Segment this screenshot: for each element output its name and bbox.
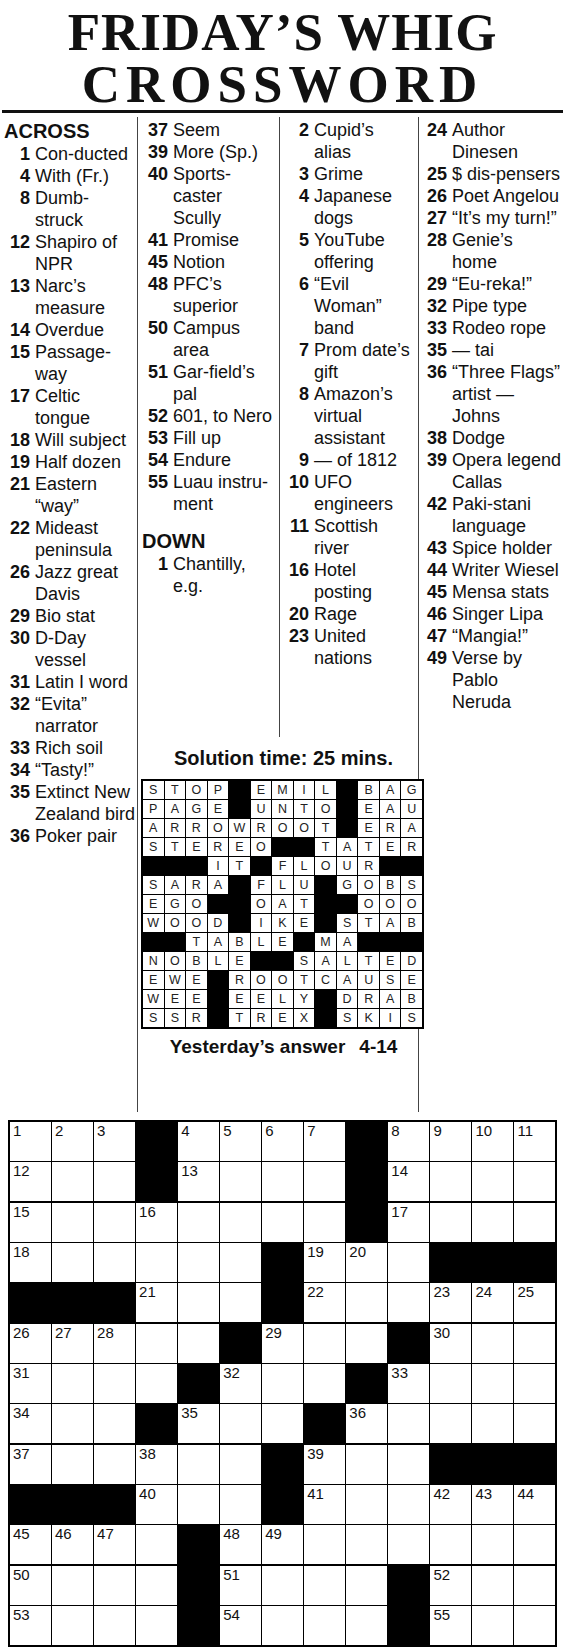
cell-number: 3 (97, 1123, 105, 1139)
puzzle-cell[interactable]: 22 (304, 1283, 345, 1322)
cell-number: 22 (307, 1284, 324, 1300)
puzzle-cell[interactable] (94, 1404, 135, 1443)
solution-cell: B (380, 876, 401, 894)
clue-number: 44 (421, 559, 452, 581)
solution-cell: U (337, 857, 358, 875)
puzzle-cell[interactable] (262, 1404, 303, 1443)
puzzle-cell[interactable] (136, 1364, 177, 1403)
solution-cell: A (337, 971, 358, 989)
puzzle-cell[interactable]: 35 (178, 1404, 219, 1443)
solution-cell: L (272, 990, 293, 1008)
clue-text: Amazon’s virtual assistant (314, 383, 415, 449)
puzzle-cell[interactable] (514, 1162, 555, 1201)
puzzle-cell[interactable]: 16 (136, 1203, 177, 1242)
puzzle-cell[interactable]: 55 (430, 1606, 471, 1645)
puzzle-cell[interactable] (514, 1525, 555, 1564)
puzzle-cell[interactable]: 44 (514, 1485, 555, 1524)
solution-cell: W (143, 914, 164, 932)
solution-cell: L (294, 857, 315, 875)
puzzle-cell[interactable]: 11 (514, 1122, 555, 1161)
puzzle-cell[interactable]: 36 (346, 1404, 387, 1443)
clue-number: 33 (421, 317, 452, 339)
cell-number: 55 (433, 1607, 450, 1623)
solution-cell: R (186, 819, 207, 837)
clue-text: Writer Wiesel (452, 559, 559, 581)
puzzle-cell[interactable]: 43 (472, 1485, 513, 1524)
puzzle-cell[interactable] (346, 1485, 387, 1524)
puzzle-cell[interactable]: 21 (136, 1283, 177, 1322)
solution-cell: R (186, 876, 207, 894)
puzzle-cell[interactable] (220, 1203, 261, 1242)
puzzle-cell[interactable] (262, 1364, 303, 1403)
clue-number: 25 (421, 163, 452, 185)
puzzle-cell[interactable]: 50 (10, 1566, 51, 1605)
puzzle-cell[interactable] (178, 1485, 219, 1524)
puzzle-cell[interactable] (136, 1566, 177, 1605)
puzzle-cell[interactable]: 24 (472, 1283, 513, 1322)
puzzle-cell[interactable] (346, 1324, 387, 1363)
puzzle-cell (514, 1445, 555, 1484)
solution-cell (251, 857, 272, 875)
solution-cell: O (272, 971, 293, 989)
solution-cell (208, 971, 229, 989)
puzzle-cell[interactable] (94, 1203, 135, 1242)
puzzle-cell[interactable] (136, 1525, 177, 1564)
puzzle-cell[interactable]: 8 (388, 1122, 429, 1161)
puzzle-cell[interactable] (514, 1404, 555, 1443)
puzzle-cell[interactable] (52, 1445, 93, 1484)
solution-cell: L (272, 876, 293, 894)
clue-column-2: 37Seem39More (Sp.)40Sports-caster Scully… (142, 119, 275, 597)
solution-cell: A (337, 838, 358, 856)
solution-cell (229, 800, 250, 818)
puzzle-cell[interactable] (94, 1364, 135, 1403)
puzzle-cell[interactable]: 49 (262, 1525, 303, 1564)
solution-cell: F (272, 857, 293, 875)
clue-item: 6“Evil Woman” band (283, 273, 415, 339)
puzzle-cell[interactable]: 53 (10, 1606, 51, 1645)
cell-number: 15 (13, 1204, 30, 1220)
puzzle-cell[interactable] (346, 1606, 387, 1645)
puzzle-cell[interactable]: 2 (52, 1122, 93, 1161)
clue-text: Endure (173, 449, 231, 471)
puzzle-cell[interactable] (388, 1485, 429, 1524)
solution-cell (337, 819, 358, 837)
puzzle-cell[interactable]: 30 (430, 1324, 471, 1363)
puzzle-cell[interactable] (94, 1606, 135, 1645)
clue-column-1: ACROSS1Con-ducted4With (Fr.)8Dumb-struck… (4, 119, 136, 847)
clue-item: 50Campus area (142, 317, 275, 361)
clue-text: Rodeo rope (452, 317, 546, 339)
puzzle-cell (262, 1243, 303, 1282)
puzzle-cell[interactable]: 52 (430, 1566, 471, 1605)
puzzle-cell[interactable]: 31 (10, 1364, 51, 1403)
puzzle-cell[interactable] (346, 1445, 387, 1484)
puzzle-cell[interactable]: 6 (262, 1122, 303, 1161)
puzzle-cell[interactable]: 45 (10, 1525, 51, 1564)
puzzle-cell[interactable] (94, 1445, 135, 1484)
puzzle-cell[interactable] (220, 1404, 261, 1443)
puzzle-cell[interactable] (304, 1162, 345, 1201)
solution-cell: S (337, 1009, 358, 1027)
puzzle-cell[interactable]: 47 (94, 1525, 135, 1564)
down-header: DOWN (142, 529, 275, 553)
solution-cell: T (315, 838, 336, 856)
puzzle-cell[interactable] (304, 1364, 345, 1403)
cell-number: 1 (13, 1123, 21, 1139)
puzzle-cell[interactable]: 39 (304, 1445, 345, 1484)
puzzle-cell[interactable] (472, 1162, 513, 1201)
clue-item: 54Endure (142, 449, 275, 471)
solution-cell (251, 952, 272, 970)
puzzle-cell[interactable]: 5 (220, 1122, 261, 1161)
puzzle-cell[interactable]: 26 (10, 1324, 51, 1363)
puzzle-cell (94, 1485, 135, 1524)
puzzle-cell[interactable] (346, 1283, 387, 1322)
clue-item: 7Prom date’s gift (283, 339, 415, 383)
puzzle-cell[interactable] (430, 1162, 471, 1201)
clue-text: PFC’s superior (173, 273, 275, 317)
puzzle-cell[interactable]: 34 (10, 1404, 51, 1443)
clue-item: 20Rage (283, 603, 415, 625)
clue-text: Mensa stats (452, 581, 549, 603)
clue-item: 12Shapiro of NPR (4, 231, 136, 275)
puzzle-cell[interactable] (178, 1243, 219, 1282)
puzzle-cell[interactable]: 23 (430, 1283, 471, 1322)
cell-number: 34 (13, 1405, 30, 1421)
puzzle-cell[interactable] (388, 1243, 429, 1282)
solution-cell: B (229, 933, 250, 951)
puzzle-cell[interactable]: 54 (220, 1606, 261, 1645)
puzzle-cell[interactable]: 32 (220, 1364, 261, 1403)
puzzle-cell (430, 1243, 471, 1282)
puzzle-cell[interactable] (262, 1566, 303, 1605)
clue-item: 36“Three Flags” artist — Johns (421, 361, 562, 427)
clue-item: 27“It’s my turn!” (421, 207, 562, 229)
puzzle-cell[interactable] (514, 1324, 555, 1363)
puzzle-cell[interactable] (514, 1606, 555, 1645)
clue-number: 11 (283, 515, 314, 537)
clue-column-3: 2Cupid’s alias3Grime4Japanese dogs5YouTu… (283, 119, 415, 669)
solution-cell: T (294, 895, 315, 913)
clue-item: 21Eastern “way” (4, 473, 136, 517)
puzzle-cell[interactable] (388, 1525, 429, 1564)
puzzle-cell[interactable]: 41 (304, 1485, 345, 1524)
cell-number: 28 (97, 1325, 114, 1341)
puzzle-cell[interactable] (430, 1525, 471, 1564)
puzzle-cell[interactable] (304, 1525, 345, 1564)
solution-cell: E (251, 781, 272, 799)
clue-text: Spice holder (452, 537, 552, 559)
puzzle-cell[interactable] (430, 1364, 471, 1403)
solution-time-label: Solution time: 25 mins. (141, 747, 426, 770)
puzzle-cell[interactable]: 12 (10, 1162, 51, 1201)
puzzle-cell[interactable] (304, 1606, 345, 1645)
puzzle-cell[interactable]: 28 (94, 1324, 135, 1363)
puzzle-cell[interactable]: 3 (94, 1122, 135, 1161)
clue-number: 32 (4, 693, 35, 715)
clue-text: Chantilly, e.g. (173, 553, 275, 597)
puzzle-cell (178, 1525, 219, 1564)
solution-cell (165, 933, 186, 951)
clue-number: 35 (4, 781, 35, 803)
clue-text: Narc’s measure (35, 275, 136, 319)
clue-number: 4 (283, 185, 314, 207)
clue-text: Rich soil (35, 737, 103, 759)
clue-item: 16Hotel posting (283, 559, 415, 603)
clue-number: 6 (283, 273, 314, 295)
cell-number: 35 (181, 1405, 198, 1421)
puzzle-title-line1: FRIDAY’S WHIG (0, 6, 565, 58)
clue-text: Paki-stani language (452, 493, 562, 537)
solution-cell: X (294, 1009, 315, 1027)
solution-cell: B (186, 952, 207, 970)
puzzle-cell[interactable] (52, 1364, 93, 1403)
puzzle-cell[interactable] (178, 1203, 219, 1242)
puzzle-cell (388, 1324, 429, 1363)
solution-cell: W (143, 990, 164, 1008)
puzzle-cell[interactable] (52, 1606, 93, 1645)
puzzle-cell[interactable]: 19 (304, 1243, 345, 1282)
puzzle-cell[interactable] (514, 1364, 555, 1403)
solution-cell: O (208, 819, 229, 837)
clue-number: 49 (421, 647, 452, 669)
cell-number: 19 (307, 1244, 324, 1260)
clue-item: 39More (Sp.) (142, 141, 275, 163)
solution-cell (401, 857, 422, 875)
puzzle-cell[interactable]: 33 (388, 1364, 429, 1403)
puzzle-cell[interactable] (472, 1606, 513, 1645)
puzzle-cell[interactable] (388, 1445, 429, 1484)
solution-grid: STOPEMILBAGPAGEUNTOEAUARROWROOTERASTEREO… (141, 779, 424, 1029)
puzzle-cell[interactable]: 7 (304, 1122, 345, 1161)
solution-cell: K (358, 1009, 379, 1027)
puzzle-cell[interactable] (472, 1203, 513, 1242)
cell-number: 42 (433, 1486, 450, 1502)
puzzle-cell[interactable]: 46 (52, 1525, 93, 1564)
puzzle-cell[interactable]: 48 (220, 1525, 261, 1564)
solution-cell: E (229, 838, 250, 856)
puzzle-cell[interactable] (472, 1324, 513, 1363)
across-header: ACROSS (4, 119, 136, 143)
puzzle-cell[interactable]: 14 (388, 1162, 429, 1201)
puzzle-cell[interactable] (220, 1162, 261, 1201)
puzzle-cell[interactable]: 1 (10, 1122, 51, 1161)
puzzle-cell[interactable] (136, 1606, 177, 1645)
puzzle-cell[interactable] (52, 1162, 93, 1201)
clue-number: 54 (142, 449, 173, 471)
solution-cell: R (251, 819, 272, 837)
puzzle-cell[interactable]: 27 (52, 1324, 93, 1363)
solution-cell: A (165, 876, 186, 894)
clue-text: Poet Angelou (452, 185, 559, 207)
solution-cell: S (294, 952, 315, 970)
puzzle-cell[interactable]: 13 (178, 1162, 219, 1201)
clue-item: 42Paki-stani language (421, 493, 562, 537)
puzzle-cell[interactable] (94, 1162, 135, 1201)
clue-item: 39Opera legend Callas (421, 449, 562, 493)
cell-number: 23 (433, 1284, 450, 1300)
clue-text: — of 1812 (314, 449, 397, 471)
puzzle-cell[interactable] (178, 1324, 219, 1363)
clue-number: 39 (142, 141, 173, 163)
solution-cell: P (208, 781, 229, 799)
clue-item: 4Japanese dogs (283, 185, 415, 229)
puzzle-cell[interactable] (304, 1324, 345, 1363)
clue-text: “Tasty!” (35, 759, 94, 781)
cell-number: 17 (391, 1204, 408, 1220)
puzzle-cell[interactable] (94, 1243, 135, 1282)
puzzle-cell (304, 1404, 345, 1443)
solution-cell: L (315, 781, 336, 799)
cell-number: 51 (223, 1567, 240, 1583)
clue-number: 15 (4, 341, 35, 363)
clue-item: 29Bio stat (4, 605, 136, 627)
solution-cell (401, 933, 422, 951)
solution-cell: S (401, 1009, 422, 1027)
puzzle-cell[interactable] (430, 1404, 471, 1443)
puzzle-cell[interactable] (136, 1324, 177, 1363)
puzzle-cell[interactable] (346, 1525, 387, 1564)
puzzle-cell[interactable] (514, 1203, 555, 1242)
puzzle-cell (472, 1445, 513, 1484)
clue-number: 32 (421, 295, 452, 317)
puzzle-cell[interactable]: 17 (388, 1203, 429, 1242)
clue-text: Cupid’s alias (314, 119, 415, 163)
clue-number: 4 (4, 165, 35, 187)
solution-cell: N (143, 952, 164, 970)
solution-cell: T (165, 838, 186, 856)
solution-cell: E (229, 990, 250, 1008)
puzzle-cell[interactable] (178, 1283, 219, 1322)
puzzle-cell[interactable] (220, 1485, 261, 1524)
puzzle-cell[interactable] (52, 1203, 93, 1242)
solution-cell (315, 990, 336, 1008)
puzzle-cell[interactable]: 18 (10, 1243, 51, 1282)
solution-cell: C (315, 971, 336, 989)
puzzle-cell[interactable] (346, 1566, 387, 1605)
puzzle-cell[interactable] (52, 1243, 93, 1282)
clue-item: 24Author Dinesen (421, 119, 562, 163)
puzzle-cell[interactable] (304, 1566, 345, 1605)
puzzle-cell[interactable] (94, 1566, 135, 1605)
puzzle-cell[interactable]: 40 (136, 1485, 177, 1524)
puzzle-cell (178, 1606, 219, 1645)
puzzle-cell[interactable]: 37 (10, 1445, 51, 1484)
puzzle-cell[interactable] (178, 1445, 219, 1484)
clue-text: Shapiro of NPR (35, 231, 136, 275)
clue-number: 3 (283, 163, 314, 185)
solution-cell: O (315, 800, 336, 818)
solution-cell: O (315, 857, 336, 875)
clue-number: 42 (421, 493, 452, 515)
puzzle-cell[interactable] (430, 1203, 471, 1242)
clue-item: 35Extinct New Zealand bird (4, 781, 136, 825)
puzzle-cell (514, 1243, 555, 1282)
clue-number: 39 (421, 449, 452, 471)
clue-text: United nations (314, 625, 415, 669)
clue-item: 22Mideast peninsula (4, 517, 136, 561)
solution-cell: E (380, 952, 401, 970)
clue-item: 15Passage-way (4, 341, 136, 385)
clue-number: 20 (283, 603, 314, 625)
clue-number: 16 (283, 559, 314, 581)
clue-number: 43 (421, 537, 452, 559)
clue-item: 8Dumb-struck (4, 187, 136, 231)
puzzle-cell[interactable] (52, 1404, 93, 1443)
puzzle-cell[interactable] (472, 1525, 513, 1564)
solution-cell: O (401, 895, 422, 913)
solution-cell: I (251, 914, 272, 932)
puzzle-cell[interactable] (514, 1566, 555, 1605)
clue-number: 14 (4, 319, 35, 341)
puzzle-cell[interactable]: 51 (220, 1566, 261, 1605)
puzzle-cell[interactable] (388, 1283, 429, 1322)
puzzle-cell[interactable] (262, 1606, 303, 1645)
solution-cell: R (358, 990, 379, 1008)
clue-item: 37Seem (142, 119, 275, 141)
puzzle-cell[interactable] (472, 1364, 513, 1403)
clue-number: 1 (142, 553, 173, 575)
solution-cell (272, 838, 293, 856)
puzzle-cell[interactable] (220, 1283, 261, 1322)
solution-cell: E (186, 990, 207, 1008)
solution-cell: A (337, 933, 358, 951)
solution-cell: E (272, 933, 293, 951)
puzzle-cell[interactable] (262, 1203, 303, 1242)
puzzle-cell[interactable] (220, 1445, 261, 1484)
cell-number: 37 (13, 1446, 30, 1462)
clue-text: More (Sp.) (173, 141, 258, 163)
clue-item: 38Dodge (421, 427, 562, 449)
puzzle-cell[interactable] (472, 1404, 513, 1443)
clue-number: 48 (142, 273, 173, 295)
clue-text: Pipe type (452, 295, 527, 317)
puzzle-cell[interactable]: 20 (346, 1243, 387, 1282)
puzzle-cell[interactable]: 38 (136, 1445, 177, 1484)
solution-cell: A (401, 819, 422, 837)
clue-text: 601, to Nero (173, 405, 272, 427)
puzzle-cell[interactable]: 10 (472, 1122, 513, 1161)
solution-cell: W (229, 819, 250, 837)
puzzle-grid: 1234567891011121314151617181920212223242… (8, 1120, 557, 1647)
puzzle-cell[interactable]: 15 (10, 1203, 51, 1242)
puzzle-cell[interactable] (304, 1203, 345, 1242)
puzzle-cell[interactable] (262, 1162, 303, 1201)
clue-number: 22 (4, 517, 35, 539)
puzzle-cell[interactable] (472, 1566, 513, 1605)
solution-cell: L (337, 952, 358, 970)
solution-cell: E (229, 952, 250, 970)
clue-item: 31Latin I word (4, 671, 136, 693)
puzzle-cell[interactable]: 9 (430, 1122, 471, 1161)
clue-item: 30D-Day vessel (4, 627, 136, 671)
puzzle-cell[interactable]: 29 (262, 1324, 303, 1363)
solution-cell: E (165, 990, 186, 1008)
puzzle-cell[interactable] (52, 1566, 93, 1605)
puzzle-cell[interactable] (388, 1404, 429, 1443)
clue-number: 9 (283, 449, 314, 471)
puzzle-cell[interactable] (136, 1243, 177, 1282)
puzzle-cell[interactable]: 42 (430, 1485, 471, 1524)
puzzle-cell[interactable]: 25 (514, 1283, 555, 1322)
clue-text: Luau instru-ment (173, 471, 275, 515)
clue-number: 36 (4, 825, 35, 847)
solution-cell: B (358, 781, 379, 799)
puzzle-cell[interactable]: 4 (178, 1122, 219, 1161)
solution-cell: E (143, 895, 164, 913)
puzzle-cell[interactable] (220, 1243, 261, 1282)
